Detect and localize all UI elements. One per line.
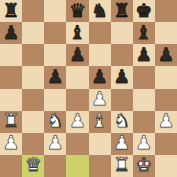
- square-c1[interactable]: [44, 155, 66, 177]
- square-h2[interactable]: [155, 133, 177, 155]
- square-f5[interactable]: ♟: [111, 66, 133, 88]
- square-a7[interactable]: ♟: [0, 22, 22, 44]
- black-pawn[interactable]: ♟: [3, 23, 20, 42]
- square-h4[interactable]: [155, 89, 177, 111]
- square-f7[interactable]: [111, 22, 133, 44]
- square-b2[interactable]: [22, 133, 44, 155]
- square-b4[interactable]: [22, 89, 44, 111]
- white-knight[interactable]: ♞: [113, 111, 130, 130]
- square-f2[interactable]: ♟: [111, 133, 133, 155]
- square-a2[interactable]: ♟: [0, 133, 22, 155]
- square-b1[interactable]: ♛: [22, 155, 44, 177]
- black-bishop[interactable]: ♝: [135, 23, 152, 42]
- square-a4[interactable]: [0, 89, 22, 111]
- square-b3[interactable]: [22, 111, 44, 133]
- black-pawn[interactable]: ♟: [113, 67, 130, 86]
- white-pawn[interactable]: ♟: [47, 133, 64, 152]
- white-pawn[interactable]: ♟: [69, 111, 86, 130]
- white-pawn[interactable]: ♟: [3, 133, 20, 152]
- black-pawn[interactable]: ♟: [91, 67, 108, 86]
- square-e1[interactable]: [89, 155, 111, 177]
- black-pawn[interactable]: ♟: [135, 45, 152, 64]
- square-g7[interactable]: ♝: [133, 22, 155, 44]
- square-a5[interactable]: [0, 66, 22, 88]
- board-wrap: ♜♛♞♜♚♟♝♝♟♟♟♟♟♟♟♜♞♟♝♞♟♟♟♟♟♛♜♚: [0, 0, 177, 177]
- square-d6[interactable]: ♟: [66, 44, 88, 66]
- square-c3[interactable]: ♞: [44, 111, 66, 133]
- square-f1[interactable]: ♜: [111, 155, 133, 177]
- black-queen[interactable]: ♛: [69, 1, 86, 20]
- black-rook[interactable]: ♜: [113, 1, 130, 20]
- black-king[interactable]: ♚: [135, 1, 152, 20]
- square-e2[interactable]: [89, 133, 111, 155]
- square-g2[interactable]: ♟: [133, 133, 155, 155]
- square-c2[interactable]: ♟: [44, 133, 66, 155]
- square-d4[interactable]: [66, 89, 88, 111]
- square-a1[interactable]: [0, 155, 22, 177]
- square-c7[interactable]: [44, 22, 66, 44]
- black-pawn[interactable]: ♟: [157, 45, 174, 64]
- white-rook[interactable]: ♜: [3, 111, 20, 130]
- white-bishop[interactable]: ♝: [91, 111, 108, 130]
- square-g6[interactable]: ♟: [133, 44, 155, 66]
- square-c4[interactable]: [44, 89, 66, 111]
- square-e8[interactable]: ♞: [89, 0, 111, 22]
- square-e3[interactable]: ♝: [89, 111, 111, 133]
- square-h5[interactable]: [155, 66, 177, 88]
- square-e7[interactable]: [89, 22, 111, 44]
- square-h8[interactable]: [155, 0, 177, 22]
- square-b7[interactable]: [22, 22, 44, 44]
- black-pawn[interactable]: ♟: [47, 67, 64, 86]
- white-pawn[interactable]: ♟: [135, 133, 152, 152]
- square-h7[interactable]: [155, 22, 177, 44]
- square-a3[interactable]: ♜: [0, 111, 22, 133]
- square-f6[interactable]: [111, 44, 133, 66]
- square-f3[interactable]: ♞: [111, 111, 133, 133]
- square-f4[interactable]: [111, 89, 133, 111]
- chess-board: ♜♛♞♜♚♟♝♝♟♟♟♟♟♟♟♜♞♟♝♞♟♟♟♟♟♛♜♚: [0, 0, 177, 177]
- square-d2[interactable]: [66, 133, 88, 155]
- square-h6[interactable]: ♟: [155, 44, 177, 66]
- square-g1[interactable]: ♚: [133, 155, 155, 177]
- square-d5[interactable]: [66, 66, 88, 88]
- square-g3[interactable]: [133, 111, 155, 133]
- square-c8[interactable]: [44, 0, 66, 22]
- square-b5[interactable]: [22, 66, 44, 88]
- black-knight[interactable]: ♞: [91, 1, 108, 20]
- white-pawn[interactable]: ♟: [157, 111, 174, 130]
- square-b8[interactable]: [22, 0, 44, 22]
- square-d3[interactable]: ♟: [66, 111, 88, 133]
- square-g4[interactable]: [133, 89, 155, 111]
- white-king[interactable]: ♚: [135, 155, 152, 174]
- square-g5[interactable]: [133, 66, 155, 88]
- square-a6[interactable]: [0, 44, 22, 66]
- square-b6[interactable]: [22, 44, 44, 66]
- square-f8[interactable]: ♜: [111, 0, 133, 22]
- square-c6[interactable]: [44, 44, 66, 66]
- black-pawn[interactable]: ♟: [69, 45, 86, 64]
- square-a8[interactable]: ♜: [0, 0, 22, 22]
- white-queen[interactable]: ♛: [25, 155, 42, 174]
- white-knight[interactable]: ♞: [47, 111, 64, 130]
- square-e5[interactable]: ♟: [89, 66, 111, 88]
- square-d8[interactable]: ♛: [66, 0, 88, 22]
- black-bishop[interactable]: ♝: [69, 23, 86, 42]
- white-pawn[interactable]: ♟: [91, 89, 108, 108]
- square-e6[interactable]: [89, 44, 111, 66]
- square-g8[interactable]: ♚: [133, 0, 155, 22]
- white-pawn[interactable]: ♟: [113, 133, 130, 152]
- square-c5[interactable]: ♟: [44, 66, 66, 88]
- black-rook[interactable]: ♜: [3, 1, 20, 20]
- square-h1[interactable]: [155, 155, 177, 177]
- square-h3[interactable]: ♟: [155, 111, 177, 133]
- square-d1[interactable]: [66, 155, 88, 177]
- white-rook[interactable]: ♜: [113, 155, 130, 174]
- square-d7[interactable]: ♝: [66, 22, 88, 44]
- square-e4[interactable]: ♟: [89, 89, 111, 111]
